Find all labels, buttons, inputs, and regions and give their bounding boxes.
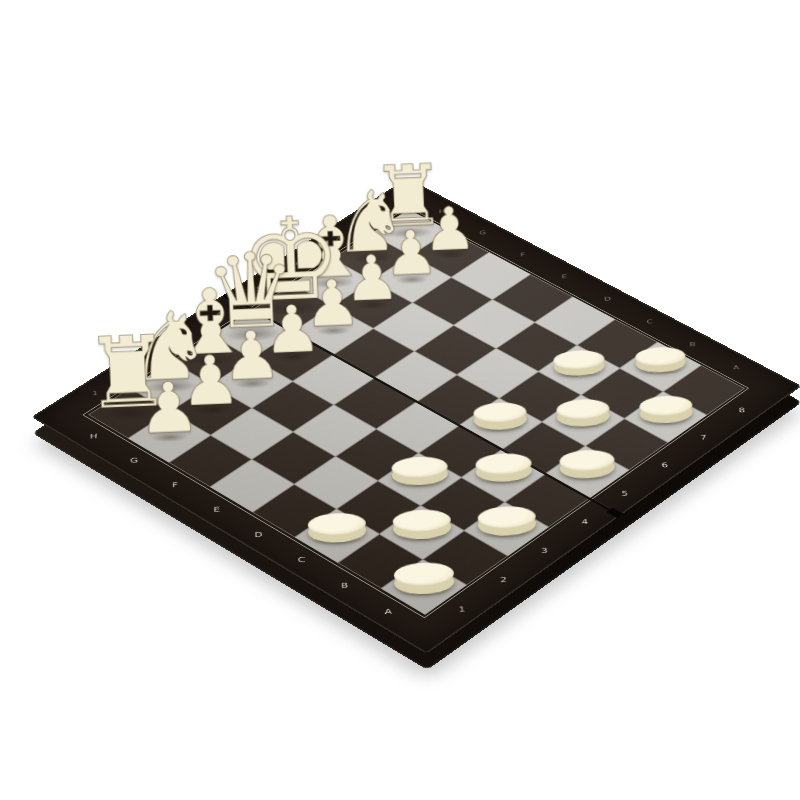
white-checker-c7[interactable] bbox=[553, 349, 605, 377]
white-checker-b2[interactable] bbox=[392, 508, 451, 540]
white-checker-b6[interactable] bbox=[556, 399, 610, 429]
board-scene: HHGGFFEEDDCCBBAA1122334455667788 ♜♞♟♝♟♚♟… bbox=[0, 0, 800, 800]
white-checker-b4[interactable] bbox=[475, 453, 532, 484]
white-checker-a7[interactable] bbox=[639, 395, 693, 425]
white-checker-b8[interactable] bbox=[635, 346, 687, 374]
white-checker-a5[interactable] bbox=[559, 449, 616, 480]
white-checker-a3[interactable] bbox=[477, 505, 536, 537]
product-photo-canvas: HHGGFFEEDDCCBBAA1122334455667788 ♜♞♟♝♟♚♟… bbox=[0, 0, 800, 800]
white-checker-c3[interactable] bbox=[392, 456, 449, 487]
white-checker-c5[interactable] bbox=[473, 402, 527, 432]
white-pawn-g1[interactable]: ♟ bbox=[133, 372, 205, 444]
white-checker-c1[interactable] bbox=[308, 512, 367, 544]
white-checker-a1[interactable] bbox=[393, 562, 454, 596]
